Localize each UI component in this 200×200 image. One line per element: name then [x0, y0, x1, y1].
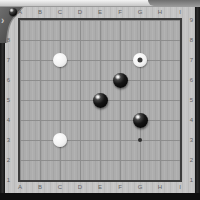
go-app-screen: AABBCCDDEEFFGGHHII998877665544332211 › — [0, 0, 200, 200]
top-right-tab[interactable] — [148, 0, 200, 6]
row-label-right-4: 4 — [188, 117, 195, 124]
col-label-bottom-D: D — [75, 184, 85, 191]
row-label-right-5: 5 — [188, 97, 195, 104]
col-label-bottom-C: C — [55, 184, 65, 191]
col-label-top-C: C — [55, 9, 65, 16]
col-label-top-H: H — [155, 9, 165, 16]
stone-white-C7 — [53, 53, 67, 67]
row-label-right-9: 9 — [188, 17, 195, 24]
col-label-bottom-I: I — [175, 184, 185, 191]
row-label-left-2: 2 — [5, 157, 12, 164]
row-label-right-3: 3 — [188, 137, 195, 144]
stone-white-G7 — [133, 53, 147, 67]
stone-black-F6 — [113, 73, 128, 88]
stone-black-G4 — [133, 113, 148, 128]
row-label-left-6: 6 — [5, 77, 12, 84]
row-label-left-7: 7 — [5, 57, 12, 64]
col-label-bottom-G: G — [135, 184, 145, 191]
right-edge-strip — [195, 7, 200, 193]
row-label-right-1: 1 — [188, 177, 195, 184]
col-label-bottom-H: H — [155, 184, 165, 191]
stone-black-E5 — [93, 93, 108, 108]
row-label-left-3: 3 — [5, 137, 12, 144]
col-label-top-G: G — [135, 9, 145, 16]
col-label-bottom-E: E — [95, 184, 105, 191]
row-label-right-2: 2 — [188, 157, 195, 164]
col-label-top-D: D — [75, 9, 85, 16]
turn-indicator-black-stone — [9, 8, 17, 16]
bottom-bar — [0, 193, 200, 200]
col-label-top-E: E — [95, 9, 105, 16]
col-label-top-B: B — [35, 9, 45, 16]
col-label-bottom-B: B — [35, 184, 45, 191]
row-label-right-6: 6 — [188, 77, 195, 84]
row-label-right-8: 8 — [188, 37, 195, 44]
star-point-G3 — [138, 138, 142, 142]
last-move-marker — [138, 58, 143, 63]
row-label-right-7: 7 — [188, 57, 195, 64]
col-label-bottom-F: F — [115, 184, 125, 191]
row-label-left-1: 1 — [5, 177, 12, 184]
stone-white-C3 — [53, 133, 67, 147]
chevron-right-icon[interactable]: › — [1, 16, 4, 26]
col-label-top-I: I — [175, 9, 185, 16]
row-label-left-4: 4 — [5, 117, 12, 124]
col-label-top-F: F — [115, 9, 125, 16]
col-label-bottom-A: A — [15, 184, 25, 191]
row-label-left-5: 5 — [5, 97, 12, 104]
